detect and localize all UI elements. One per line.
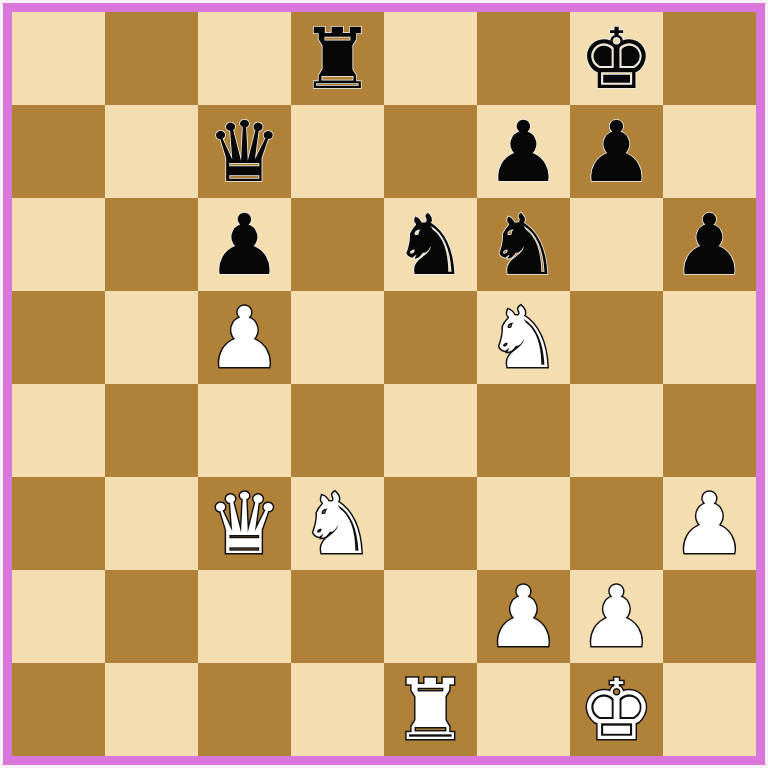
square-e5[interactable] (384, 291, 477, 384)
chess-board: ♜♚♛♟♟♟♞♞♟♟♞♛♞♟♟♟♜♚ (12, 12, 756, 756)
square-c1[interactable] (198, 663, 291, 756)
white-rook-piece[interactable]: ♜ (393, 668, 468, 752)
white-queen-piece[interactable]: ♛ (207, 482, 282, 566)
black-pawn-piece[interactable]: ♟ (672, 203, 747, 287)
square-e2[interactable] (384, 570, 477, 663)
square-g3[interactable] (570, 477, 663, 570)
square-b3[interactable] (105, 477, 198, 570)
square-e3[interactable] (384, 477, 477, 570)
square-c6[interactable]: ♟ (198, 198, 291, 291)
chess-board-frame: ♜♚♛♟♟♟♞♞♟♟♞♛♞♟♟♟♜♚ (3, 3, 765, 765)
square-e4[interactable] (384, 384, 477, 477)
white-pawn-piece[interactable]: ♟ (486, 575, 561, 659)
square-g8[interactable]: ♚ (570, 12, 663, 105)
square-c8[interactable] (198, 12, 291, 105)
square-b2[interactable] (105, 570, 198, 663)
white-knight-piece[interactable]: ♞ (486, 296, 561, 380)
square-f5[interactable]: ♞ (477, 291, 570, 384)
square-d2[interactable] (291, 570, 384, 663)
square-d8[interactable]: ♜ (291, 12, 384, 105)
square-d6[interactable] (291, 198, 384, 291)
square-b7[interactable] (105, 105, 198, 198)
square-d5[interactable] (291, 291, 384, 384)
black-rook-piece[interactable]: ♜ (300, 17, 375, 101)
white-pawn-piece[interactable]: ♟ (672, 482, 747, 566)
square-g5[interactable] (570, 291, 663, 384)
square-f3[interactable] (477, 477, 570, 570)
square-d4[interactable] (291, 384, 384, 477)
square-g1[interactable]: ♚ (570, 663, 663, 756)
square-c2[interactable] (198, 570, 291, 663)
page-background: ♜♚♛♟♟♟♞♞♟♟♞♛♞♟♟♟♜♚ (0, 0, 768, 768)
square-h8[interactable] (663, 12, 756, 105)
black-pawn-piece[interactable]: ♟ (486, 110, 561, 194)
square-g6[interactable] (570, 198, 663, 291)
square-a6[interactable] (12, 198, 105, 291)
square-h6[interactable]: ♟ (663, 198, 756, 291)
square-f6[interactable]: ♞ (477, 198, 570, 291)
square-e8[interactable] (384, 12, 477, 105)
square-f1[interactable] (477, 663, 570, 756)
square-d3[interactable]: ♞ (291, 477, 384, 570)
square-e6[interactable]: ♞ (384, 198, 477, 291)
white-king-piece[interactable]: ♚ (579, 668, 654, 752)
square-b6[interactable] (105, 198, 198, 291)
square-f4[interactable] (477, 384, 570, 477)
square-a4[interactable] (12, 384, 105, 477)
white-pawn-piece[interactable]: ♟ (207, 296, 282, 380)
square-f2[interactable]: ♟ (477, 570, 570, 663)
white-knight-piece[interactable]: ♞ (300, 482, 375, 566)
square-b8[interactable] (105, 12, 198, 105)
square-a2[interactable] (12, 570, 105, 663)
square-c3[interactable]: ♛ (198, 477, 291, 570)
square-h3[interactable]: ♟ (663, 477, 756, 570)
square-g2[interactable]: ♟ (570, 570, 663, 663)
square-d7[interactable] (291, 105, 384, 198)
square-h7[interactable] (663, 105, 756, 198)
black-pawn-piece[interactable]: ♟ (579, 110, 654, 194)
square-f7[interactable]: ♟ (477, 105, 570, 198)
square-a3[interactable] (12, 477, 105, 570)
square-a5[interactable] (12, 291, 105, 384)
square-b5[interactable] (105, 291, 198, 384)
square-b1[interactable] (105, 663, 198, 756)
square-c5[interactable]: ♟ (198, 291, 291, 384)
square-a1[interactable] (12, 663, 105, 756)
black-knight-piece[interactable]: ♞ (486, 203, 561, 287)
square-a7[interactable] (12, 105, 105, 198)
square-h4[interactable] (663, 384, 756, 477)
square-h2[interactable] (663, 570, 756, 663)
black-knight-piece[interactable]: ♞ (393, 203, 468, 287)
square-c4[interactable] (198, 384, 291, 477)
white-pawn-piece[interactable]: ♟ (579, 575, 654, 659)
square-b4[interactable] (105, 384, 198, 477)
square-d1[interactable] (291, 663, 384, 756)
black-king-piece[interactable]: ♚ (579, 17, 654, 101)
square-f8[interactable] (477, 12, 570, 105)
square-a8[interactable] (12, 12, 105, 105)
black-queen-piece[interactable]: ♛ (207, 110, 282, 194)
square-h1[interactable] (663, 663, 756, 756)
square-g4[interactable] (570, 384, 663, 477)
square-e7[interactable] (384, 105, 477, 198)
square-g7[interactable]: ♟ (570, 105, 663, 198)
square-h5[interactable] (663, 291, 756, 384)
square-c7[interactable]: ♛ (198, 105, 291, 198)
square-e1[interactable]: ♜ (384, 663, 477, 756)
black-pawn-piece[interactable]: ♟ (207, 203, 282, 287)
